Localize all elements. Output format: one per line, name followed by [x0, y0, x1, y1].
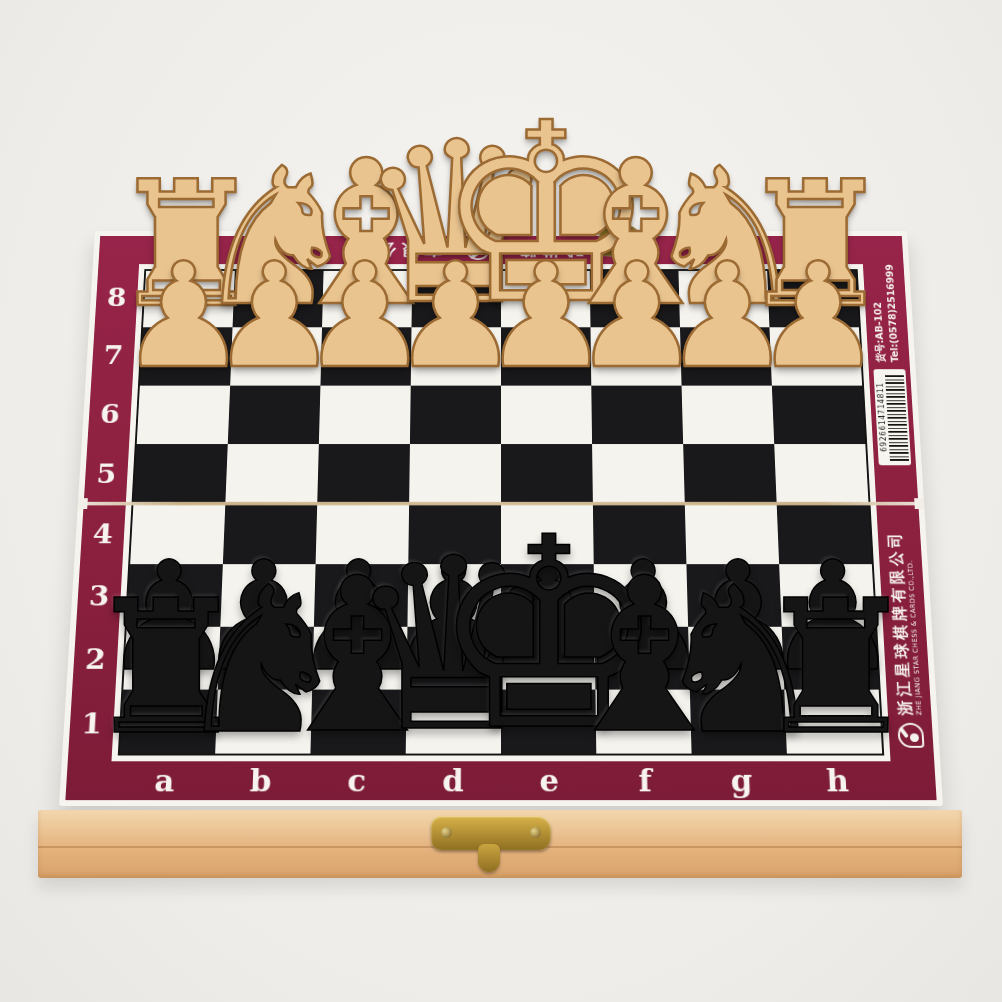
- brass-clasp-knob: [478, 844, 500, 872]
- square-g5[interactable]: [683, 444, 777, 504]
- square-h5[interactable]: [774, 444, 868, 504]
- clasp-screw-icon: [441, 827, 452, 838]
- piece-white-pawn-h7[interactable]: ♟: [753, 242, 883, 387]
- square-b5[interactable]: [225, 444, 319, 504]
- clasp-screw-icon: [530, 827, 541, 838]
- fold-notch-left: [78, 498, 88, 509]
- rank-label-5: 5: [84, 443, 129, 503]
- barcode-bars-icon: [885, 374, 909, 461]
- fold-notch-right: [914, 498, 924, 509]
- piece-black-rook-h1[interactable]: ♜: [753, 576, 919, 761]
- square-a5[interactable]: [133, 444, 227, 504]
- chess-set-photo: 87654321 abcdefgh 浙江星球棋牌 有限公司 6926614714…: [0, 0, 1002, 1002]
- square-c5[interactable]: [317, 444, 410, 504]
